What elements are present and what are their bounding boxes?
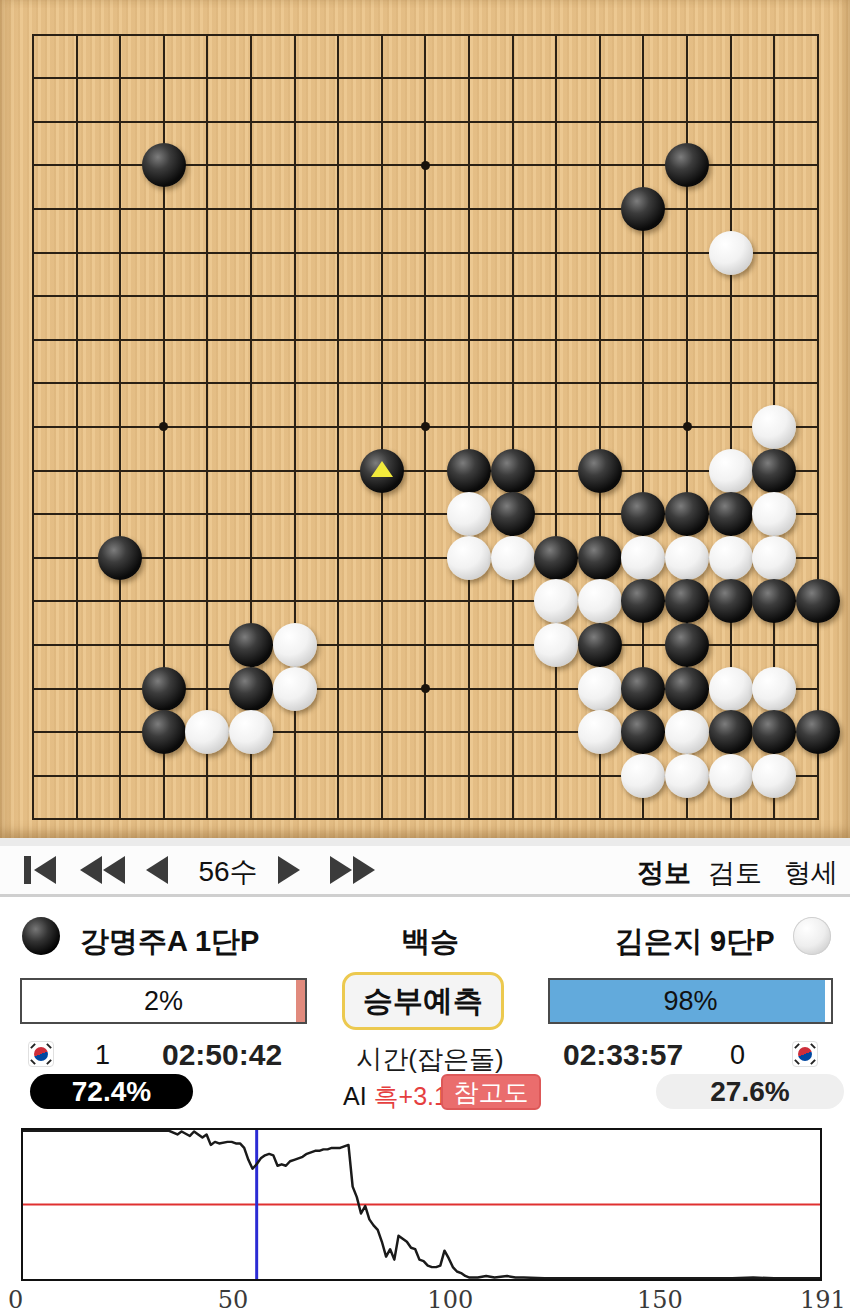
trigram-mark — [30, 1059, 36, 1065]
black-stone-icon — [22, 917, 60, 955]
black-stone — [142, 143, 186, 187]
black-stone — [621, 710, 665, 754]
triangle-right-icon — [330, 856, 352, 884]
white-stone — [709, 231, 753, 275]
x-tick-label: 100 — [427, 1286, 487, 1310]
black-stone — [752, 449, 796, 493]
star-point — [683, 422, 692, 431]
ai-prefix: AI — [343, 1082, 374, 1110]
predict-button[interactable]: 승부예측 — [342, 972, 504, 1030]
board-grid-line — [32, 470, 819, 472]
step-forward-button[interactable] — [278, 846, 300, 894]
star-point — [421, 422, 430, 431]
black-stone — [665, 667, 709, 711]
board-grid-line — [512, 34, 514, 821]
black-stone — [796, 710, 840, 754]
app-root: 56수 정보 검토 형세 강명주A 1단P 백승 김은지 9단P 2% 승부예측… — [0, 0, 850, 1310]
board-grid-line — [468, 34, 470, 821]
trigram-mark — [794, 1043, 800, 1049]
fast-rewind-button[interactable] — [80, 846, 125, 894]
tab-review[interactable]: 검토 — [708, 855, 762, 891]
black-stone — [752, 710, 796, 754]
result-label: 백승 — [330, 922, 530, 962]
black-stone — [709, 710, 753, 754]
black-clock: 02:50:42 — [162, 1038, 282, 1072]
black-stone — [621, 667, 665, 711]
korea-flag-icon — [792, 1041, 818, 1067]
board-grid-line — [555, 34, 557, 821]
white-stone — [665, 536, 709, 580]
board-grid-line — [32, 818, 819, 820]
trigram-mark — [30, 1043, 36, 1049]
white-stone — [752, 754, 796, 798]
winrate-graph[interactable]: 050100150191 — [0, 1126, 850, 1310]
last-move-triangle-marker — [371, 461, 393, 477]
black-stone — [665, 579, 709, 623]
triangle-left-icon — [146, 856, 168, 884]
fast-forward-button[interactable] — [330, 846, 375, 894]
white-stone — [752, 667, 796, 711]
black-captures: 1 — [95, 1040, 110, 1071]
black-stone — [142, 667, 186, 711]
time-caption: 시간(잡은돌) — [330, 1042, 530, 1077]
white-winrate-bar: 98% — [548, 978, 833, 1024]
white-stone — [185, 710, 229, 754]
black-stone — [709, 492, 753, 536]
triangle-left-icon — [103, 856, 125, 884]
jump-to-start-button[interactable] — [24, 846, 56, 894]
white-stone — [578, 710, 622, 754]
step-back-button[interactable] — [146, 846, 168, 894]
trigram-mark — [794, 1059, 800, 1065]
white-player-name: 김은지 9단P — [615, 922, 775, 962]
reference-diagram-button[interactable]: 참고도 — [441, 1074, 541, 1110]
white-stone — [447, 492, 491, 536]
trigram-mark — [46, 1059, 52, 1065]
white-clock: 02:33:57 — [563, 1038, 683, 1072]
white-stone-icon — [793, 917, 831, 955]
black-player-name: 강명주A 1단P — [80, 922, 259, 962]
black-stone — [447, 449, 491, 493]
x-tick-label: 50 — [218, 1286, 278, 1310]
white-stone — [578, 667, 622, 711]
taeguk-circle — [34, 1047, 48, 1061]
triangle-left-icon — [80, 856, 102, 884]
white-stone — [752, 536, 796, 580]
white-stone — [229, 710, 273, 754]
white-stone — [491, 536, 535, 580]
x-tick-label: 0 — [8, 1286, 68, 1310]
white-stone — [534, 623, 578, 667]
white-stone — [752, 492, 796, 536]
go-board[interactable] — [0, 0, 850, 838]
triangle-right-icon — [353, 856, 375, 884]
white-captures: 0 — [730, 1040, 745, 1071]
trigram-mark — [46, 1043, 52, 1049]
black-stone — [621, 187, 665, 231]
board-grid-line — [817, 34, 819, 821]
white-stone — [709, 667, 753, 711]
start-bar-icon — [24, 856, 31, 884]
divider-strip — [0, 838, 850, 846]
move-counter: 56수 — [188, 853, 268, 891]
black-stone — [229, 667, 273, 711]
white-stone — [665, 754, 709, 798]
black-winrate-label: 2% — [22, 980, 305, 1022]
x-tick-label: 150 — [637, 1286, 697, 1310]
black-stone — [578, 449, 622, 493]
black-stone — [665, 623, 709, 667]
black-stone — [665, 143, 709, 187]
triangle-right-icon — [278, 856, 300, 884]
white-stone — [709, 449, 753, 493]
korea-flag-icon — [28, 1041, 54, 1067]
white-stone — [665, 710, 709, 754]
triangle-left-icon — [34, 856, 56, 884]
black-stone — [491, 449, 535, 493]
black-stone — [665, 492, 709, 536]
white-stone — [534, 579, 578, 623]
ai-eval-value: 흑+3.1 — [374, 1082, 448, 1110]
white-stone — [273, 623, 317, 667]
tab-info[interactable]: 정보 — [637, 855, 691, 891]
black-stone — [621, 492, 665, 536]
white-stone — [709, 536, 753, 580]
white-stone — [447, 536, 491, 580]
black-stone — [621, 579, 665, 623]
star-point — [421, 684, 430, 693]
black-stone — [709, 579, 753, 623]
trigram-mark — [810, 1043, 816, 1049]
white-winrate-label: 98% — [550, 980, 831, 1022]
ai-eval-line: AI 흑+3.1 — [343, 1080, 448, 1113]
white-stone — [752, 405, 796, 449]
white-stone — [621, 754, 665, 798]
white-stone — [578, 579, 622, 623]
black-stone — [578, 536, 622, 580]
black-stone — [752, 579, 796, 623]
black-stone — [229, 623, 273, 667]
white-stone — [621, 536, 665, 580]
black-stone — [491, 492, 535, 536]
black-stone — [534, 536, 578, 580]
white-territory-pill: 27.6% — [656, 1074, 844, 1109]
taeguk-circle — [798, 1047, 812, 1061]
winrate-plot[interactable] — [21, 1128, 822, 1281]
star-point — [159, 422, 168, 431]
black-stone — [796, 579, 840, 623]
trigram-mark — [810, 1059, 816, 1065]
black-winrate-bar: 2% — [20, 978, 307, 1024]
white-stone — [273, 667, 317, 711]
black-stone — [98, 536, 142, 580]
black-territory-pill: 72.4% — [30, 1074, 193, 1109]
x-tick-label: 191 — [800, 1286, 850, 1310]
white-stone — [709, 754, 753, 798]
black-stone — [142, 710, 186, 754]
tab-territory[interactable]: 형세 — [784, 855, 838, 891]
star-point — [421, 161, 430, 170]
replay-navbar: 56수 정보 검토 형세 — [0, 846, 850, 897]
black-stone — [578, 623, 622, 667]
